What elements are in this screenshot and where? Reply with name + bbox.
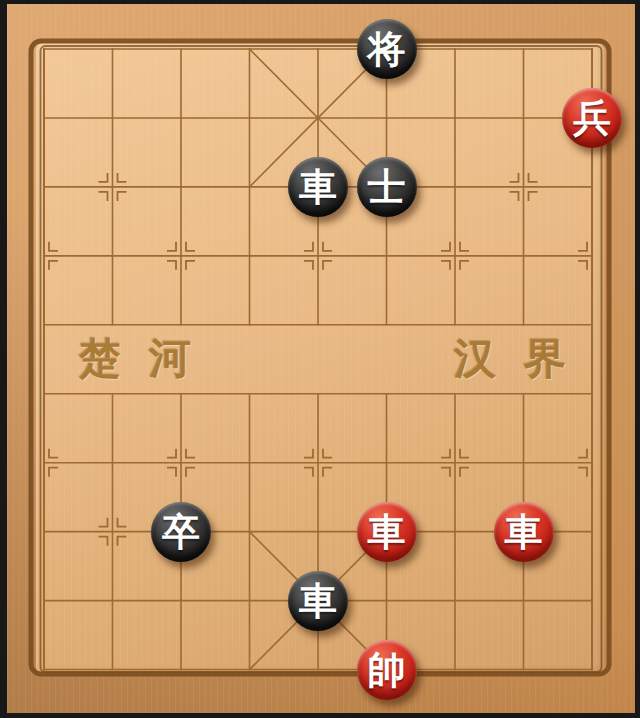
piece-black-chariot-a[interactable]: 車 <box>288 157 348 217</box>
piece-glyph: 帥 <box>368 651 406 689</box>
piece-glyph: 車 <box>299 582 337 620</box>
piece-glyph: 車 <box>505 513 543 551</box>
piece-red-chariot-a[interactable]: 車 <box>357 502 417 562</box>
piece-red-general[interactable]: 帥 <box>357 640 417 700</box>
piece-glyph: 車 <box>368 513 406 551</box>
piece-black-soldier[interactable]: 卒 <box>151 502 211 562</box>
board-grid[interactable]: 将兵車士卒車車車帥 <box>10 15 627 705</box>
piece-glyph: 卒 <box>162 513 200 551</box>
piece-glyph: 車 <box>299 168 337 206</box>
piece-red-chariot-b[interactable]: 車 <box>494 502 554 562</box>
piece-black-chariot-b[interactable]: 車 <box>288 571 348 631</box>
piece-red-soldier[interactable]: 兵 <box>562 88 622 148</box>
piece-black-general[interactable]: 将 <box>357 19 417 79</box>
screenshot-root: 楚河 汉界 将兵車士卒車車車帥 <box>0 0 640 718</box>
piece-glyph: 将 <box>368 30 406 68</box>
piece-glyph: 兵 <box>573 99 611 137</box>
piece-black-advisor[interactable]: 士 <box>357 157 417 217</box>
piece-glyph: 士 <box>368 168 406 206</box>
